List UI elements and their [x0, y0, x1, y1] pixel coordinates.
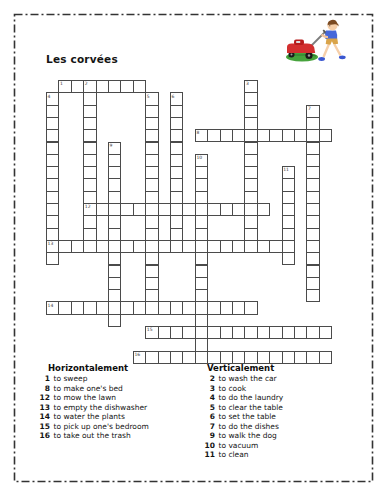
clue-item: 2to wash the car: [201, 374, 371, 384]
grid-cell: [195, 277, 208, 290]
grid-cell: [133, 240, 146, 253]
grid-cell: [232, 301, 245, 314]
grid-cell: [133, 203, 146, 216]
cell-number: 2: [85, 81, 88, 86]
grid-cell: [207, 129, 220, 142]
grid-cell: [306, 191, 319, 204]
grid-cell: [306, 228, 319, 241]
grid-cell: [220, 240, 233, 253]
grid-cell: [195, 252, 208, 265]
boy-mowing-lawn-illustration: [285, 16, 350, 63]
grid-cell: [207, 326, 220, 339]
grid-cell: [195, 301, 208, 314]
grid-cell: [158, 326, 171, 339]
grid-cell: [83, 178, 96, 191]
grid-cell: [294, 129, 307, 142]
grid-cell: [232, 203, 245, 216]
grid-cell: [306, 215, 319, 228]
down-clues-section: Verticalement 2to wash the car3to cook4t…: [201, 363, 371, 460]
grid-cell: [108, 301, 121, 314]
grid-cell: [170, 142, 183, 155]
clue-text: to wash the car: [219, 374, 277, 384]
grid-cell: [306, 265, 319, 278]
grid-cell: [46, 178, 59, 191]
clue-number: 12: [36, 393, 50, 403]
grid-cell: [182, 326, 195, 339]
grid-cell: [46, 252, 59, 265]
grid-cell: [244, 228, 257, 241]
grid-cell: [108, 154, 121, 167]
clue-item: 7to do the dishes: [201, 422, 371, 432]
grid-cell: [46, 166, 59, 179]
grid-cell: [257, 240, 270, 253]
grid-cell: [244, 105, 257, 118]
grid-cell: [108, 289, 121, 302]
grid-cell: [83, 301, 96, 314]
cell-number: 16: [134, 352, 140, 357]
grid-cell: [170, 117, 183, 130]
clue-text: to take out the trash: [54, 431, 131, 441]
grid-cell: [170, 166, 183, 179]
clue-item: 5to clear the table: [201, 403, 371, 413]
grid-cell: [83, 117, 96, 130]
clue-text: to pick up one's bedroom: [54, 422, 149, 432]
clue-text: to make one's bed: [54, 384, 123, 394]
grid-cell: [170, 105, 183, 118]
grid-cell: [170, 203, 183, 216]
cell-number: 1: [60, 81, 63, 86]
clue-text: to clear the table: [219, 403, 284, 413]
clue-number: 13: [36, 403, 50, 413]
grid-cell: [244, 129, 257, 142]
grid-cell: [282, 240, 295, 253]
grid-cell: [108, 80, 121, 93]
clue-item: 10to vacuum: [201, 441, 371, 451]
grid-cell: [145, 154, 158, 167]
grid-cell: [46, 129, 59, 142]
grid-cell: [58, 240, 71, 253]
cell-number: 15: [147, 327, 153, 332]
clue-number: 16: [36, 431, 50, 441]
grid-cell: [306, 129, 319, 142]
cell-number: 8: [196, 130, 199, 135]
clue-item: 1to sweep: [36, 374, 196, 384]
grid-cell: [108, 166, 121, 179]
grid-cell: [244, 166, 257, 179]
grid-cell: [257, 326, 270, 339]
grid-cell: [182, 240, 195, 253]
grid-cell: [71, 301, 84, 314]
grid-cell: [244, 154, 257, 167]
clue-item: 13to empty the dishwasher: [36, 403, 196, 413]
grid-cell: [83, 240, 96, 253]
grid-cell: [195, 265, 208, 278]
grid-cell: [282, 129, 295, 142]
grid-cell: [170, 191, 183, 204]
grid-cell: [170, 215, 183, 228]
grid-cell: [195, 166, 208, 179]
cell-number: 10: [196, 155, 202, 160]
grid-cell: [244, 178, 257, 191]
grid-cell: [195, 228, 208, 241]
clue-number: 10: [201, 441, 215, 451]
grid-cell: [170, 154, 183, 167]
grid-cell: [232, 351, 245, 364]
grid-cell: [108, 314, 121, 327]
grid-cell: [195, 326, 208, 339]
grid-cell: [108, 191, 121, 204]
grid-cell: [244, 142, 257, 155]
grid-cell: [145, 178, 158, 191]
grid-cell: [96, 203, 109, 216]
grid-cell: [306, 277, 319, 290]
grid-cell: [244, 203, 257, 216]
clue-text: to cook: [219, 384, 247, 394]
grid-cell: [195, 203, 208, 216]
grid-cell: [46, 105, 59, 118]
grid-cell: [257, 129, 270, 142]
grid-cell: [83, 142, 96, 155]
grid-cell: [71, 240, 84, 253]
grid-cell: [145, 277, 158, 290]
grid-cell: [195, 351, 208, 364]
clue-text: to water the plants: [54, 412, 125, 422]
grid-cell: [319, 326, 332, 339]
cell-number: 7: [308, 106, 311, 111]
grid-cell: [83, 105, 96, 118]
clue-item: 14to water the plants: [36, 412, 196, 422]
grid-cell: [120, 301, 133, 314]
grid-cell: [282, 178, 295, 191]
clue-number: 2: [201, 374, 215, 384]
grid-cell: [145, 301, 158, 314]
clue-number: 7: [201, 422, 215, 432]
grid-cell: [96, 301, 109, 314]
grid-cell: [182, 203, 195, 216]
grid-cell: [220, 301, 233, 314]
grid-cell: [145, 228, 158, 241]
clue-item: 11to clean: [201, 450, 371, 460]
grid-cell: [170, 351, 183, 364]
across-clues-header: Horizontalement: [48, 363, 196, 373]
grid-cell: [220, 203, 233, 216]
cell-number: 3: [246, 81, 249, 86]
grid-cell: [306, 142, 319, 155]
grid-cell: [306, 240, 319, 253]
clue-text: to empty the dishwasher: [54, 403, 148, 413]
clue-text: to clean: [219, 450, 249, 460]
grid-cell: [244, 240, 257, 253]
grid-cell: [306, 326, 319, 339]
grid-cell: [158, 203, 171, 216]
clue-item: 4to do the laundry: [201, 393, 371, 403]
grid-cell: [83, 215, 96, 228]
clue-text: to sweep: [54, 374, 88, 384]
grid-cell: [244, 92, 257, 105]
grid-cell: [244, 117, 257, 130]
grid-cell: [269, 326, 282, 339]
grid-cell: [207, 351, 220, 364]
clue-number: 11: [201, 450, 215, 460]
cell-number: 4: [48, 94, 51, 99]
grid-cell: [195, 289, 208, 302]
cell-number: 9: [110, 143, 113, 148]
grid-cell: [46, 142, 59, 155]
grid-cell: [120, 80, 133, 93]
grid-cell: [269, 129, 282, 142]
clue-number: 6: [201, 412, 215, 422]
clue-number: 4: [201, 393, 215, 403]
grid-cell: [46, 117, 59, 130]
grid-cell: [83, 228, 96, 241]
cell-number: 11: [283, 167, 289, 172]
clue-text: to vacuum: [219, 441, 259, 451]
grid-cell: [282, 203, 295, 216]
cell-number: 6: [172, 94, 175, 99]
grid-cell: [46, 203, 59, 216]
grid-cell: [145, 289, 158, 302]
grid-cell: [145, 240, 158, 253]
clue-item: 6to set the table: [201, 412, 371, 422]
worksheet-page: Les corvées 18121314151623456791011 Hori…: [0, 0, 386, 500]
grid-cell: [170, 240, 183, 253]
grid-cell: [46, 191, 59, 204]
clue-number: 8: [36, 384, 50, 394]
grid-cell: [244, 351, 257, 364]
grid-cell: [306, 154, 319, 167]
grid-cell: [133, 301, 146, 314]
grid-cell: [145, 265, 158, 278]
grid-cell: [158, 301, 171, 314]
grid-cell: [170, 301, 183, 314]
clue-text: to do the dishes: [219, 422, 279, 432]
grid-cell: [195, 215, 208, 228]
clue-number: 3: [201, 384, 215, 394]
grid-cell: [96, 80, 109, 93]
clue-item: 9to walk the dog: [201, 431, 371, 441]
clue-text: to walk the dog: [219, 431, 277, 441]
clue-text: to do the laundry: [219, 393, 284, 403]
grid-cell: [294, 351, 307, 364]
grid-cell: [195, 240, 208, 253]
grid-cell: [306, 178, 319, 191]
page-title: Les corvées: [46, 53, 118, 65]
cell-number: 12: [85, 204, 91, 209]
grid-cell: [207, 203, 220, 216]
grid-cell: [133, 80, 146, 93]
clue-number: 14: [36, 412, 50, 422]
grid-cell: [306, 166, 319, 179]
grid-cell: [108, 277, 121, 290]
clue-number: 15: [36, 422, 50, 432]
grid-cell: [108, 215, 121, 228]
clue-text: to mow the lawn: [54, 393, 117, 403]
grid-cell: [108, 203, 121, 216]
grid-cell: [282, 351, 295, 364]
grid-cell: [145, 203, 158, 216]
grid-cell: [71, 80, 84, 93]
grid-cell: [120, 240, 133, 253]
grid-cell: [220, 351, 233, 364]
grid-cell: [244, 326, 257, 339]
grid-cell: [145, 142, 158, 155]
across-clues-list: 1to sweep8to make one's bed12to mow the …: [36, 374, 196, 441]
grid-cell: [282, 215, 295, 228]
cell-number: 13: [48, 241, 54, 246]
grid-cell: [83, 191, 96, 204]
grid-cell: [244, 301, 257, 314]
grid-cell: [120, 203, 133, 216]
grid-cell: [182, 301, 195, 314]
grid-cell: [96, 240, 109, 253]
down-clues-list: 2to wash the car3to cook4to do the laund…: [201, 374, 371, 460]
clue-item: 12to mow the lawn: [36, 393, 196, 403]
clue-text: to set the table: [219, 412, 276, 422]
grid-cell: [108, 178, 121, 191]
grid-cell: [83, 129, 96, 142]
grid-cell: [182, 351, 195, 364]
grid-cell: [108, 265, 121, 278]
grid-cell: [170, 326, 183, 339]
grid-cell: [220, 326, 233, 339]
clue-item: 3to cook: [201, 384, 371, 394]
grid-cell: [170, 228, 183, 241]
grid-cell: [83, 92, 96, 105]
grid-cell: [232, 326, 245, 339]
grid-cell: [282, 252, 295, 265]
grid-cell: [195, 178, 208, 191]
grid-cell: [145, 252, 158, 265]
grid-cell: [145, 117, 158, 130]
clue-number: 5: [201, 403, 215, 413]
grid-cell: [207, 301, 220, 314]
grid-cell: [257, 203, 270, 216]
cell-number: 14: [48, 303, 54, 308]
grid-cell: [207, 240, 220, 253]
grid-cell: [145, 129, 158, 142]
clue-item: 8to make one's bed: [36, 384, 196, 394]
grid-cell: [170, 129, 183, 142]
grid-cell: [306, 351, 319, 364]
grid-cell: [306, 117, 319, 130]
grid-cell: [58, 301, 71, 314]
crossword-grid: 18121314151623456791011: [46, 80, 333, 364]
grid-cell: [244, 215, 257, 228]
grid-cell: [145, 215, 158, 228]
grid-cell: [83, 166, 96, 179]
grid-cell: [319, 129, 332, 142]
grid-cell: [170, 178, 183, 191]
grid-cell: [220, 129, 233, 142]
clue-item: 16to take out the trash: [36, 431, 196, 441]
across-clues-section: Horizontalement 1to sweep8to make one's …: [36, 363, 196, 441]
grid-cell: [195, 314, 208, 327]
grid-cell: [282, 191, 295, 204]
grid-cell: [195, 191, 208, 204]
grid-cell: [282, 326, 295, 339]
grid-cell: [269, 240, 282, 253]
grid-cell: [282, 228, 295, 241]
grid-cell: [83, 154, 96, 167]
grid-cell: [306, 289, 319, 302]
grid-cell: [306, 252, 319, 265]
clue-number: 9: [201, 431, 215, 441]
grid-cell: [108, 240, 121, 253]
grid-cell: [158, 240, 171, 253]
grid-cell: [145, 351, 158, 364]
grid-cell: [195, 338, 208, 351]
grid-cell: [232, 240, 245, 253]
grid-cell: [46, 215, 59, 228]
grid-cell: [257, 351, 270, 364]
down-clues-header: Verticalement: [207, 363, 371, 373]
grid-cell: [108, 252, 121, 265]
grid-cell: [145, 166, 158, 179]
grid-cell: [145, 105, 158, 118]
grid-cell: [158, 351, 171, 364]
grid-cell: [294, 326, 307, 339]
grid-cell: [46, 228, 59, 241]
grid-cell: [108, 228, 121, 241]
grid-cell: [306, 203, 319, 216]
grid-cell: [269, 351, 282, 364]
grid-cell: [145, 191, 158, 204]
clue-item: 15to pick up one's bedroom: [36, 422, 196, 432]
grid-cell: [319, 351, 332, 364]
cell-number: 5: [147, 94, 150, 99]
clue-number: 1: [36, 374, 50, 384]
grid-cell: [244, 191, 257, 204]
grid-cell: [232, 129, 245, 142]
grid-cell: [46, 154, 59, 167]
